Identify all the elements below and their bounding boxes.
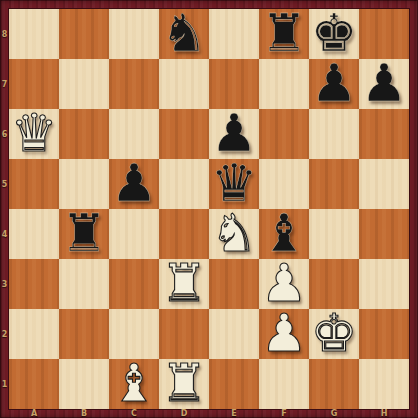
black-bishop[interactable]: ♝ xyxy=(261,208,308,258)
rank-label-4: 4 xyxy=(0,209,9,259)
square-f2[interactable]: ♟ xyxy=(259,309,309,359)
black-pawn[interactable]: ♟ xyxy=(211,108,258,158)
file-label-d: D xyxy=(159,409,209,418)
square-f5[interactable] xyxy=(259,159,309,209)
square-b4[interactable]: ♜ xyxy=(59,209,109,259)
square-h7[interactable]: ♟ xyxy=(359,59,409,109)
square-e4[interactable]: ♞ xyxy=(209,209,259,259)
black-king[interactable]: ♚ xyxy=(311,8,358,58)
white-pawn[interactable]: ♟ xyxy=(261,308,308,358)
square-g7[interactable]: ♟ xyxy=(309,59,359,109)
square-b1[interactable] xyxy=(59,359,109,409)
square-d6[interactable] xyxy=(159,109,209,159)
square-h8[interactable] xyxy=(359,9,409,59)
square-a8[interactable] xyxy=(9,9,59,59)
square-d2[interactable] xyxy=(159,309,209,359)
square-c5[interactable]: ♟ xyxy=(109,159,159,209)
black-knight[interactable]: ♞ xyxy=(161,8,208,58)
square-d1[interactable]: ♜ xyxy=(159,359,209,409)
file-label-a: A xyxy=(9,409,59,418)
square-c8[interactable] xyxy=(109,9,159,59)
board-frame: ♞♜♚♟♟♛♟♟♛♜♞♝♜♟♟♚♝♜ 87654321 ABCDEFGH xyxy=(0,0,418,418)
square-g1[interactable] xyxy=(309,359,359,409)
chess-board: ♞♜♚♟♟♛♟♟♛♜♞♝♜♟♟♚♝♜ xyxy=(9,9,409,409)
square-c4[interactable] xyxy=(109,209,159,259)
white-rook[interactable]: ♜ xyxy=(161,258,208,308)
square-g3[interactable] xyxy=(309,259,359,309)
file-label-e: E xyxy=(209,409,259,418)
white-rook[interactable]: ♜ xyxy=(161,358,208,408)
square-b7[interactable] xyxy=(59,59,109,109)
square-h4[interactable] xyxy=(359,209,409,259)
square-d5[interactable] xyxy=(159,159,209,209)
white-bishop[interactable]: ♝ xyxy=(111,358,158,408)
square-c7[interactable] xyxy=(109,59,159,109)
black-pawn[interactable]: ♟ xyxy=(361,58,408,108)
black-rook[interactable]: ♜ xyxy=(61,208,108,258)
square-a7[interactable] xyxy=(9,59,59,109)
square-a5[interactable] xyxy=(9,159,59,209)
square-f6[interactable] xyxy=(259,109,309,159)
square-h5[interactable] xyxy=(359,159,409,209)
square-g6[interactable] xyxy=(309,109,359,159)
square-a2[interactable] xyxy=(9,309,59,359)
square-e7[interactable] xyxy=(209,59,259,109)
square-h3[interactable] xyxy=(359,259,409,309)
square-c3[interactable] xyxy=(109,259,159,309)
square-a6[interactable]: ♛ xyxy=(9,109,59,159)
square-e5[interactable]: ♛ xyxy=(209,159,259,209)
square-c2[interactable] xyxy=(109,309,159,359)
rank-label-6: 6 xyxy=(0,109,9,159)
square-f1[interactable] xyxy=(259,359,309,409)
square-g2[interactable]: ♚ xyxy=(309,309,359,359)
square-d3[interactable]: ♜ xyxy=(159,259,209,309)
square-b5[interactable] xyxy=(59,159,109,209)
white-knight[interactable]: ♞ xyxy=(211,208,258,258)
square-g4[interactable] xyxy=(309,209,359,259)
square-a4[interactable] xyxy=(9,209,59,259)
file-label-h: H xyxy=(359,409,409,418)
square-h6[interactable] xyxy=(359,109,409,159)
square-e8[interactable] xyxy=(209,9,259,59)
square-b8[interactable] xyxy=(59,9,109,59)
square-e6[interactable]: ♟ xyxy=(209,109,259,159)
rank-label-2: 2 xyxy=(0,309,9,359)
white-king[interactable]: ♚ xyxy=(311,308,358,358)
square-a3[interactable] xyxy=(9,259,59,309)
square-f4[interactable]: ♝ xyxy=(259,209,309,259)
square-e1[interactable] xyxy=(209,359,259,409)
square-a1[interactable] xyxy=(9,359,59,409)
file-label-b: B xyxy=(59,409,109,418)
square-g8[interactable]: ♚ xyxy=(309,9,359,59)
file-label-g: G xyxy=(309,409,359,418)
square-d4[interactable] xyxy=(159,209,209,259)
black-queen[interactable]: ♛ xyxy=(211,158,258,208)
rank-label-3: 3 xyxy=(0,259,9,309)
square-b3[interactable] xyxy=(59,259,109,309)
square-c6[interactable] xyxy=(109,109,159,159)
square-f8[interactable]: ♜ xyxy=(259,9,309,59)
square-d7[interactable] xyxy=(159,59,209,109)
rank-label-5: 5 xyxy=(0,159,9,209)
file-label-f: F xyxy=(259,409,309,418)
rank-label-7: 7 xyxy=(0,59,9,109)
black-rook[interactable]: ♜ xyxy=(261,8,308,58)
square-e2[interactable] xyxy=(209,309,259,359)
square-h2[interactable] xyxy=(359,309,409,359)
black-pawn[interactable]: ♟ xyxy=(111,158,158,208)
white-queen[interactable]: ♛ xyxy=(11,108,58,158)
square-b2[interactable] xyxy=(59,309,109,359)
rank-label-8: 8 xyxy=(0,9,9,59)
square-d8[interactable]: ♞ xyxy=(159,9,209,59)
file-label-c: C xyxy=(109,409,159,418)
black-pawn[interactable]: ♟ xyxy=(311,58,358,108)
square-f7[interactable] xyxy=(259,59,309,109)
square-f3[interactable]: ♟ xyxy=(259,259,309,309)
square-c1[interactable]: ♝ xyxy=(109,359,159,409)
square-g5[interactable] xyxy=(309,159,359,209)
white-pawn[interactable]: ♟ xyxy=(261,258,308,308)
rank-label-1: 1 xyxy=(0,359,9,409)
square-h1[interactable] xyxy=(359,359,409,409)
square-b6[interactable] xyxy=(59,109,109,159)
square-e3[interactable] xyxy=(209,259,259,309)
